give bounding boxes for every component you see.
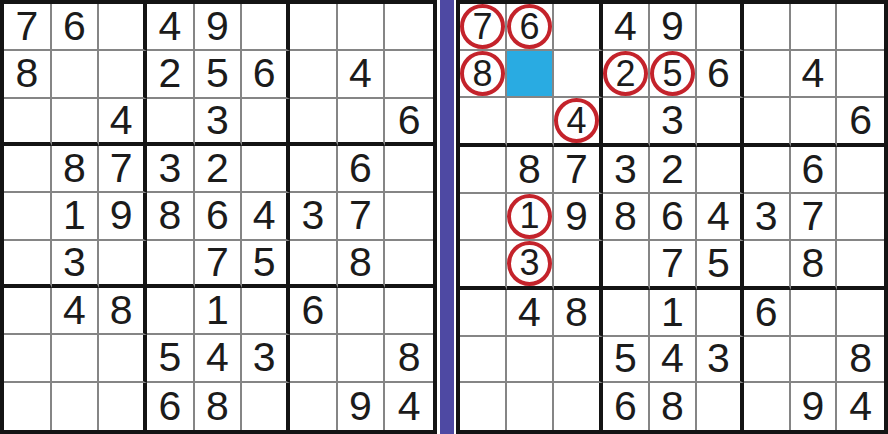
cell-left-r9c8[interactable]: 9 — [338, 383, 386, 430]
cell-right-r3c2[interactable] — [507, 98, 554, 147]
cell-left-r2c4[interactable]: 2 — [147, 51, 195, 98]
digit: 4 — [661, 338, 684, 379]
digit: 7 — [565, 149, 588, 190]
cell-right-r8c8[interactable] — [791, 337, 838, 384]
cell-left-r6c2[interactable]: 3 — [52, 241, 100, 288]
cell-right-r5c2[interactable]: 1 — [507, 194, 554, 241]
digit: 7 — [110, 148, 133, 189]
cell-right-r6c8[interactable]: 8 — [791, 241, 838, 290]
cell-left-r3c2[interactable] — [52, 99, 100, 146]
cell-right-r1c3[interactable] — [554, 4, 603, 51]
cell-left-r1c8[interactable] — [338, 4, 386, 51]
cell-right-r9c4[interactable]: 6 — [603, 383, 650, 430]
cell-left-r1c4[interactable]: 4 — [147, 4, 195, 51]
cell-right-r2c7[interactable] — [744, 51, 791, 98]
cell-left-r6c8[interactable]: 8 — [338, 241, 386, 288]
cell-left-r5c9[interactable] — [385, 193, 433, 240]
cell-right-r6c1[interactable] — [460, 241, 507, 290]
cell-left-r5c4[interactable]: 8 — [147, 193, 195, 240]
cell-left-r7c4[interactable] — [147, 288, 195, 335]
sudoku-comparison: 7649825644368732619864373758481654386894… — [0, 0, 888, 434]
cell-right-r7c8[interactable] — [791, 290, 838, 337]
cell-left-r7c6[interactable] — [242, 288, 290, 335]
cell-left-r7c5[interactable]: 1 — [195, 288, 243, 335]
cell-right-r7c7[interactable]: 6 — [744, 290, 791, 337]
digit: 4 — [849, 386, 872, 427]
digit: 8 — [398, 337, 421, 378]
digit: 6 — [253, 53, 276, 94]
cell-right-r6c5[interactable]: 7 — [650, 241, 697, 290]
digit: 4 — [398, 386, 421, 427]
digit: 1 — [661, 292, 684, 333]
cell-right-r1c2[interactable]: 6 — [507, 4, 554, 51]
cell-right-r5c5[interactable]: 6 — [650, 194, 697, 241]
circle-annotation: 8 — [460, 51, 505, 96]
cell-right-r2c8[interactable]: 4 — [791, 51, 838, 98]
cell-right-r5c6[interactable]: 4 — [697, 194, 744, 241]
cell-right-r6c2[interactable]: 3 — [507, 241, 554, 290]
cell-right-r3c4[interactable] — [603, 98, 650, 147]
digit: 8 — [349, 242, 372, 283]
cell-right-r4c7[interactable] — [744, 147, 791, 194]
cell-left-r9c2[interactable] — [52, 383, 100, 430]
cell-right-r8c9[interactable]: 8 — [837, 337, 884, 384]
cell-right-r4c4[interactable]: 3 — [603, 147, 650, 194]
cell-left-r6c7[interactable] — [290, 241, 338, 288]
cell-right-r5c9[interactable] — [837, 194, 884, 241]
cell-left-r9c4[interactable]: 6 — [147, 383, 195, 430]
cell-right-r5c1[interactable] — [460, 194, 507, 241]
digit: 2 — [615, 56, 635, 92]
cell-right-r6c4[interactable] — [603, 241, 650, 290]
cell-left-r1c6[interactable] — [242, 4, 290, 51]
digit: 8 — [206, 386, 229, 427]
circle-annotation: 1 — [507, 194, 552, 239]
cell-right-r3c6[interactable] — [697, 98, 744, 147]
cell-right-r9c8[interactable]: 9 — [791, 383, 838, 430]
cell-left-r5c2[interactable]: 1 — [52, 193, 100, 240]
digit: 3 — [755, 196, 778, 237]
cell-left-r3c5[interactable]: 3 — [195, 99, 243, 146]
digit: 6 — [801, 149, 824, 190]
circle-annotation: 4 — [554, 98, 599, 143]
circle-annotation: 7 — [460, 4, 505, 49]
cell-left-r4c6[interactable] — [242, 146, 290, 193]
cell-right-r3c8[interactable] — [791, 98, 838, 147]
digit: 3 — [253, 337, 276, 378]
digit: 6 — [301, 290, 324, 331]
sudoku-board-left: 7649825644368732619864373758481654386894 — [0, 0, 437, 434]
cell-left-r1c2[interactable]: 6 — [52, 4, 100, 51]
digit: 8 — [63, 148, 86, 189]
cell-left-r1c3[interactable] — [99, 4, 147, 51]
digit: 6 — [158, 386, 181, 427]
digit: 6 — [519, 9, 539, 45]
digit: 6 — [398, 100, 421, 141]
cell-left-r6c9[interactable] — [385, 241, 433, 288]
digit: 6 — [755, 292, 778, 333]
cell-left-r3c4[interactable] — [147, 99, 195, 146]
cell-left-r2c5[interactable]: 5 — [195, 51, 243, 98]
digit: 7 — [801, 196, 824, 237]
digit: 3 — [707, 338, 730, 379]
digit: 8 — [110, 290, 133, 331]
digit: 6 — [63, 6, 86, 47]
cell-left-r2c9[interactable] — [385, 51, 433, 98]
divider-bar — [440, 0, 454, 434]
digit: 6 — [661, 196, 684, 237]
digit: 7 — [349, 195, 372, 236]
cell-right-r1c6[interactable] — [697, 4, 744, 51]
cell-left-r2c8[interactable]: 4 — [338, 51, 386, 98]
cell-right-r1c9[interactable] — [837, 4, 884, 51]
digit: 8 — [518, 149, 541, 190]
cell-left-r8c2[interactable] — [52, 335, 100, 382]
cell-right-r2c9[interactable] — [837, 51, 884, 98]
cell-right-r3c7[interactable] — [744, 98, 791, 147]
digit: 8 — [565, 292, 588, 333]
cell-left-r3c6[interactable] — [242, 99, 290, 146]
digit: 2 — [158, 53, 181, 94]
digit: 1 — [519, 198, 539, 234]
cell-left-r8c9[interactable]: 8 — [385, 335, 433, 382]
digit: 4 — [206, 337, 229, 378]
digit: 4 — [63, 290, 86, 331]
digit: 3 — [519, 245, 539, 281]
cell-left-r1c7[interactable] — [290, 4, 338, 51]
cell-right-r6c9[interactable] — [837, 241, 884, 290]
digit: 4 — [253, 195, 276, 236]
cell-right-r2c6[interactable]: 6 — [697, 51, 744, 98]
digit: 4 — [801, 53, 824, 94]
cell-right-r6c6[interactable]: 5 — [697, 241, 744, 290]
sudoku-board-right: 7649825644368732619864373758481654386894 — [456, 0, 888, 434]
cell-left-r9c9[interactable]: 4 — [385, 383, 433, 430]
cell-left-r5c3[interactable]: 9 — [99, 193, 147, 240]
cell-right-r4c2[interactable]: 8 — [507, 147, 554, 194]
digit: 6 — [614, 386, 637, 427]
cell-left-r1c5[interactable]: 9 — [195, 4, 243, 51]
cell-left-r9c5[interactable]: 8 — [195, 383, 243, 430]
digit: 8 — [614, 196, 637, 237]
cell-left-r6c1[interactable] — [4, 241, 52, 288]
cell-left-r7c3[interactable]: 8 — [99, 288, 147, 335]
digit: 5 — [707, 243, 730, 284]
digit: 8 — [15, 53, 38, 94]
cell-left-r3c7[interactable] — [290, 99, 338, 146]
cell-right-r7c3[interactable]: 8 — [554, 290, 603, 337]
cell-right-r5c3[interactable]: 9 — [554, 194, 603, 241]
digit: 6 — [206, 195, 229, 236]
cell-right-r1c4[interactable]: 4 — [603, 4, 650, 51]
digit: 9 — [110, 195, 133, 236]
cell-right-r9c5[interactable]: 8 — [650, 383, 697, 430]
digit: 5 — [614, 338, 637, 379]
cell-right-r2c2-highlighted[interactable] — [507, 51, 554, 98]
circle-annotation: 2 — [603, 51, 648, 96]
cell-left-r2c1[interactable]: 8 — [4, 51, 52, 98]
cell-left-r9c7[interactable] — [290, 383, 338, 430]
digit: 3 — [614, 149, 637, 190]
cell-left-r9c6[interactable] — [242, 383, 290, 430]
cell-right-r7c4[interactable] — [603, 290, 650, 337]
cell-left-r1c1[interactable]: 7 — [4, 4, 52, 51]
cell-right-r4c9[interactable] — [837, 147, 884, 194]
cell-right-r1c5[interactable]: 9 — [650, 4, 697, 51]
cell-right-r9c2[interactable] — [507, 383, 554, 430]
circle-annotation: 3 — [507, 241, 552, 286]
cell-left-r4c9[interactable] — [385, 146, 433, 193]
digit: 1 — [206, 290, 229, 331]
digit: 3 — [63, 242, 86, 283]
digit: 8 — [801, 243, 824, 284]
cell-left-r4c1[interactable] — [4, 146, 52, 193]
digit: 5 — [206, 53, 229, 94]
cell-left-r5c1[interactable] — [4, 193, 52, 240]
digit: 4 — [707, 196, 730, 237]
board-divider — [437, 0, 456, 434]
cell-right-r2c3[interactable] — [554, 51, 603, 98]
digit: 4 — [518, 292, 541, 333]
cell-left-r3c3[interactable]: 4 — [99, 99, 147, 146]
cell-left-r5c8[interactable]: 7 — [338, 193, 386, 240]
digit: 3 — [661, 100, 684, 141]
cell-right-r9c3[interactable] — [554, 383, 603, 430]
cell-right-r4c6[interactable] — [697, 147, 744, 194]
cell-left-r7c9[interactable] — [385, 288, 433, 335]
cell-left-r4c5[interactable]: 2 — [195, 146, 243, 193]
cell-left-r4c7[interactable] — [290, 146, 338, 193]
cell-right-r6c7[interactable] — [744, 241, 791, 290]
digit: 9 — [565, 196, 588, 237]
cell-left-r8c7[interactable] — [290, 335, 338, 382]
digit: 2 — [206, 148, 229, 189]
cell-left-r6c4[interactable] — [147, 241, 195, 288]
cell-right-r9c1[interactable] — [460, 383, 507, 430]
cell-right-r7c2[interactable]: 4 — [507, 290, 554, 337]
cell-right-r3c1[interactable] — [460, 98, 507, 147]
cell-right-r2c1[interactable]: 8 — [460, 51, 507, 98]
cell-left-r4c3[interactable]: 7 — [99, 146, 147, 193]
cell-right-r3c5[interactable]: 3 — [650, 98, 697, 147]
cell-right-r5c4[interactable]: 8 — [603, 194, 650, 241]
cell-left-r8c5[interactable]: 4 — [195, 335, 243, 382]
cell-left-r8c3[interactable] — [99, 335, 147, 382]
digit: 7 — [472, 9, 492, 45]
cell-left-r7c7[interactable]: 6 — [290, 288, 338, 335]
cell-right-r7c5[interactable]: 1 — [650, 290, 697, 337]
cell-left-r2c2[interactable] — [52, 51, 100, 98]
cell-right-r4c1[interactable] — [460, 147, 507, 194]
cell-right-r5c7[interactable]: 3 — [744, 194, 791, 241]
digit: 2 — [661, 149, 684, 190]
cell-left-r5c5[interactable]: 6 — [195, 193, 243, 240]
cell-left-r3c1[interactable] — [4, 99, 52, 146]
cell-left-r8c8[interactable] — [338, 335, 386, 382]
cell-right-r8c6[interactable]: 3 — [697, 337, 744, 384]
cell-right-r7c9[interactable] — [837, 290, 884, 337]
cell-right-r5c8[interactable]: 7 — [791, 194, 838, 241]
cell-right-r6c3[interactable] — [554, 241, 603, 290]
cell-left-r8c1[interactable] — [4, 335, 52, 382]
cell-left-r2c3[interactable] — [99, 51, 147, 98]
cell-left-r8c4[interactable]: 5 — [147, 335, 195, 382]
digit: 9 — [206, 6, 229, 47]
digit: 9 — [661, 6, 684, 47]
digit: 5 — [253, 242, 276, 283]
cell-right-r4c5[interactable]: 2 — [650, 147, 697, 194]
cell-left-r2c7[interactable] — [290, 51, 338, 98]
cell-left-r6c6[interactable]: 5 — [242, 241, 290, 288]
cell-right-r4c8[interactable]: 6 — [791, 147, 838, 194]
cell-right-r9c9[interactable]: 4 — [837, 383, 884, 430]
cell-right-r8c4[interactable]: 5 — [603, 337, 650, 384]
digit: 6 — [349, 148, 372, 189]
cell-right-r9c6[interactable] — [697, 383, 744, 430]
cell-right-r7c1[interactable] — [460, 290, 507, 337]
cell-left-r8c6[interactable]: 3 — [242, 335, 290, 382]
digit: 3 — [301, 195, 324, 236]
cell-right-r4c3[interactable]: 7 — [554, 147, 603, 194]
cell-right-r8c2[interactable] — [507, 337, 554, 384]
digit: 7 — [15, 6, 38, 47]
digit: 9 — [801, 386, 824, 427]
digit: 3 — [158, 148, 181, 189]
cell-right-r9c7[interactable] — [744, 383, 791, 430]
cell-left-r4c8[interactable]: 6 — [338, 146, 386, 193]
digit: 4 — [110, 100, 133, 141]
cell-right-r2c5[interactable]: 5 — [650, 51, 697, 98]
cell-right-r7c6[interactable] — [697, 290, 744, 337]
digit: 8 — [472, 56, 492, 92]
digit: 8 — [158, 195, 181, 236]
digit: 7 — [206, 242, 229, 283]
digit: 6 — [849, 100, 872, 141]
cell-left-r3c9[interactable]: 6 — [385, 99, 433, 146]
cell-left-r6c5[interactable]: 7 — [195, 241, 243, 288]
circle-annotation: 5 — [650, 51, 695, 96]
digit: 4 — [349, 53, 372, 94]
cell-right-r8c1[interactable] — [460, 337, 507, 384]
cell-left-r7c1[interactable] — [4, 288, 52, 335]
cell-left-r3c8[interactable] — [338, 99, 386, 146]
cell-left-r1c9[interactable] — [385, 4, 433, 51]
cell-left-r9c1[interactable] — [4, 383, 52, 430]
cell-right-r8c7[interactable] — [744, 337, 791, 384]
cell-left-r5c7[interactable]: 3 — [290, 193, 338, 240]
digit: 4 — [614, 6, 637, 47]
digit: 9 — [349, 386, 372, 427]
digit: 4 — [566, 103, 586, 139]
cell-left-r9c3[interactable] — [99, 383, 147, 430]
digit: 8 — [661, 386, 684, 427]
cell-left-r2c6[interactable]: 6 — [242, 51, 290, 98]
digit: 4 — [158, 6, 181, 47]
cell-left-r4c4[interactable]: 3 — [147, 146, 195, 193]
cell-left-r4c2[interactable]: 8 — [52, 146, 100, 193]
cell-right-r3c9[interactable]: 6 — [837, 98, 884, 147]
digit: 3 — [206, 100, 229, 141]
cell-right-r1c1[interactable]: 7 — [460, 4, 507, 51]
digit: 6 — [707, 53, 730, 94]
cell-right-r1c8[interactable] — [791, 4, 838, 51]
circle-annotation: 6 — [507, 4, 552, 49]
cell-right-r8c3[interactable] — [554, 337, 603, 384]
cell-right-r3c3[interactable]: 4 — [554, 98, 603, 147]
cell-left-r6c3[interactable] — [99, 241, 147, 288]
cell-right-r2c4[interactable]: 2 — [603, 51, 650, 98]
digit: 8 — [849, 338, 872, 379]
cell-left-r5c6[interactable]: 4 — [242, 193, 290, 240]
digit: 5 — [158, 337, 181, 378]
digit: 1 — [63, 195, 86, 236]
digit: 7 — [661, 243, 684, 284]
cell-right-r1c7[interactable] — [744, 4, 791, 51]
digit: 5 — [662, 56, 682, 92]
cell-right-r8c5[interactable]: 4 — [650, 337, 697, 384]
cell-left-r7c2[interactable]: 4 — [52, 288, 100, 335]
cell-left-r7c8[interactable] — [338, 288, 386, 335]
